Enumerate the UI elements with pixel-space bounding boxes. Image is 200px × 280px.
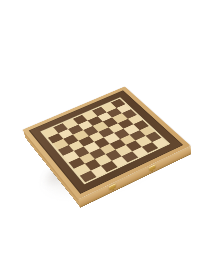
chess-board-box: ♜♞♝♛♚♝♞♜♟♟♟♟♟♟♟♟♟♟♟♟♟♟♟♟♜♞♝♛♚♝♞♜: [22, 86, 190, 199]
board-top-face: ♜♞♝♛♚♝♞♜♟♟♟♟♟♟♟♟♟♟♟♟♟♟♟♟♜♞♝♛♚♝♞♜: [22, 86, 190, 199]
pieces-layer: ♜♞♝♛♚♝♞♜♟♟♟♟♟♟♟♟♟♟♟♟♟♟♟♟♜♞♝♛♚♝♞♜: [22, 86, 190, 199]
product-photo: ♜♞♝♛♚♝♞♜♟♟♟♟♟♟♟♟♟♟♟♟♟♟♟♟♜♞♝♛♚♝♞♜: [0, 0, 200, 280]
piece-glyph: ♜: [82, 162, 96, 178]
piece-glyph: ♟: [71, 119, 82, 131]
piece-glyph: ♟: [110, 102, 121, 114]
piece-glyph: ♟: [100, 106, 111, 118]
piece-glyph: ♟: [61, 123, 72, 135]
piece-glyph: ♟: [119, 98, 130, 110]
clasp-pin: [112, 187, 114, 190]
brass-clasp: [149, 165, 156, 172]
piece-glyph: ♟: [81, 114, 92, 126]
brass-clasp: [109, 183, 116, 190]
piece-glyph: ♟: [91, 110, 102, 122]
clasp-pin: [151, 168, 153, 171]
piece-glyph: ♟: [51, 127, 62, 139]
scene: ♜♞♝♛♚♝♞♜♟♟♟♟♟♟♟♟♟♟♟♟♟♟♟♟♜♞♝♛♚♝♞♜: [0, 0, 200, 280]
